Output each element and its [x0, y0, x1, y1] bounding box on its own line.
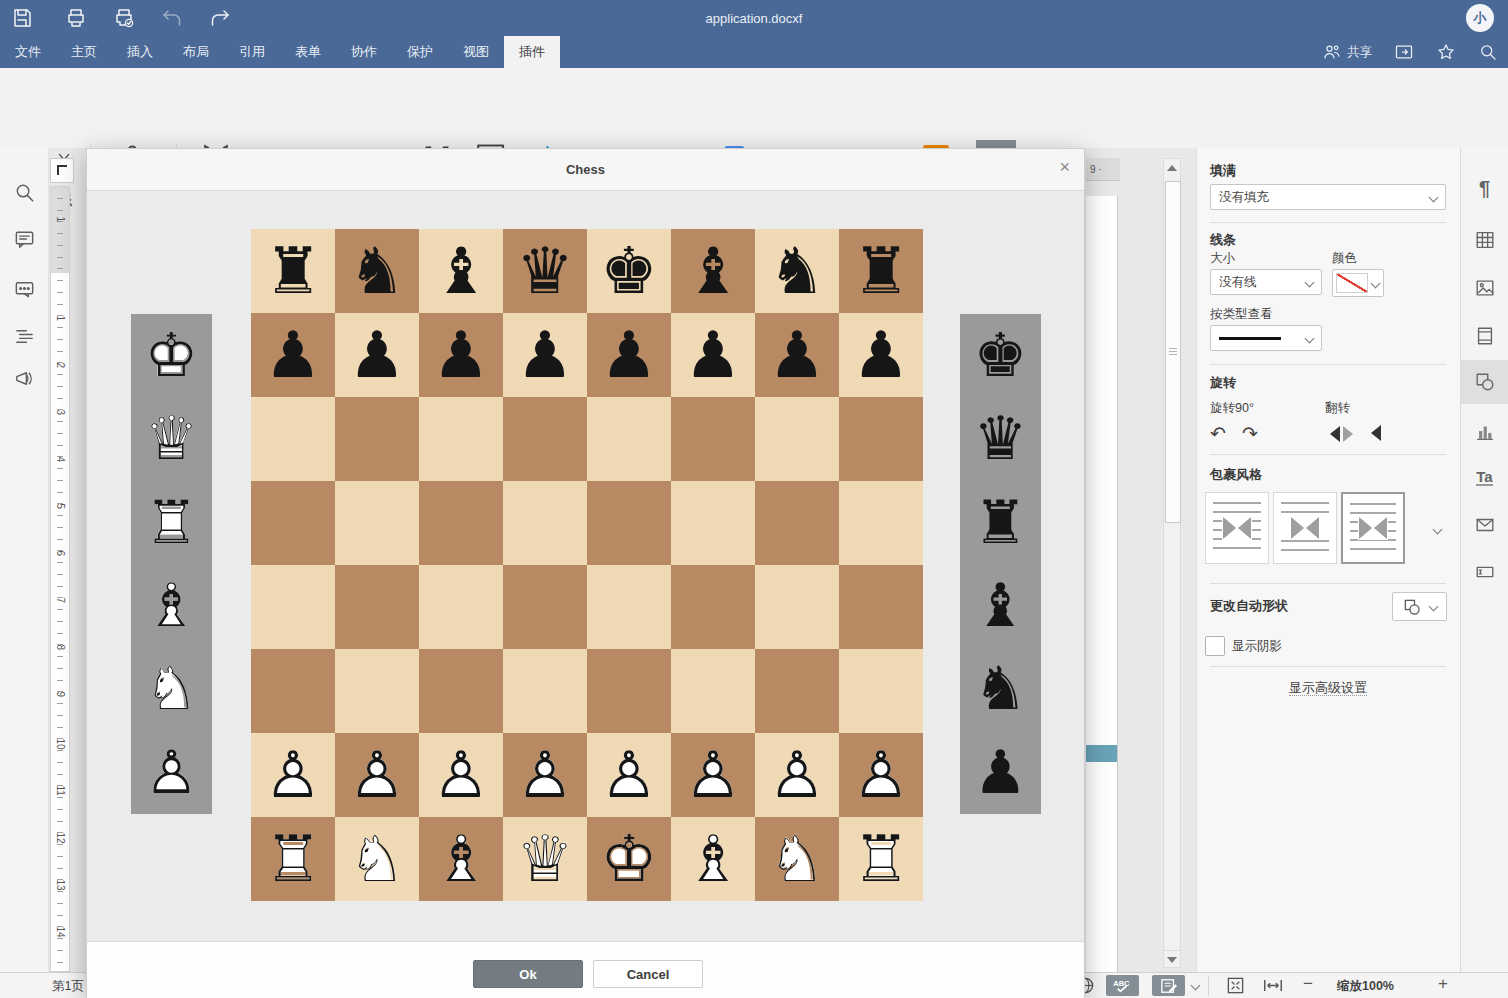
square-g8[interactable]: ♞: [755, 229, 839, 313]
white-bishop: ♝♗: [131, 564, 212, 647]
page-indicator: 第1页: [52, 978, 84, 995]
black-pawn: ♟: [587, 313, 671, 397]
square-e8[interactable]: ♚: [587, 229, 671, 313]
black-pawn: ♟: [671, 313, 755, 397]
spellcheck-toggle[interactable]: ABC: [1106, 975, 1139, 996]
black-bishop: ♝: [419, 229, 503, 313]
square-a4[interactable]: [251, 565, 335, 649]
application-window: application.docxf 小 文件主页插入布局引用表单协作保护视图插件…: [0, 0, 1508, 998]
square-c2[interactable]: ♟♙: [419, 733, 503, 817]
chevron-down-icon: [1429, 192, 1439, 202]
line-size-value: 没有线: [1219, 274, 1257, 291]
square-g5[interactable]: [755, 481, 839, 565]
comments-icon[interactable]: [13, 228, 36, 251]
square-b8[interactable]: ♞: [335, 229, 419, 313]
dialog-footer: Ok Cancel: [87, 941, 1084, 998]
rotate90-label: 旋转90°: [1210, 400, 1254, 417]
square-d4[interactable]: [503, 565, 587, 649]
white-king: ♚♔: [587, 817, 671, 901]
square-f7[interactable]: ♟: [671, 313, 755, 397]
white-pawn: ♟♙: [671, 733, 755, 817]
flip-vertical-icon[interactable]: [1371, 425, 1381, 441]
svg-text:ABC: ABC: [1113, 979, 1130, 988]
white-knight: ♞♘: [335, 817, 419, 901]
fill-select[interactable]: 没有填充: [1210, 184, 1446, 210]
headerfooter-settings-icon[interactable]: [1461, 314, 1508, 358]
square-d1[interactable]: ♛♕: [503, 817, 587, 901]
chevron-down-icon: [1429, 602, 1439, 612]
square-h5[interactable]: [839, 481, 923, 565]
track-changes-chevron-icon[interactable]: [1191, 981, 1201, 991]
square-a5[interactable]: [251, 481, 335, 565]
document-page-fragment: [1086, 196, 1118, 972]
show-shadow-checkbox[interactable]: [1205, 636, 1225, 656]
white-bishop: ♝♗: [419, 817, 503, 901]
share-button[interactable]: 共享: [1322, 42, 1372, 62]
line-style-sample: [1219, 337, 1281, 340]
square-e2[interactable]: ♟♙: [587, 733, 671, 817]
square-a7[interactable]: ♟: [251, 313, 335, 397]
fill-value: 没有填充: [1219, 189, 1269, 206]
line-type-label: 按类型查看: [1210, 306, 1273, 323]
square-e1[interactable]: ♚♔: [587, 817, 671, 901]
square-c4[interactable]: [419, 565, 503, 649]
ruler-margin-number: 1: [55, 217, 66, 229]
square-b5[interactable]: [335, 481, 419, 565]
ruler-number-4: 4: [55, 457, 66, 469]
chess-board: ♜♞♝♛♚♝♞♜♟♟♟♟♟♟♟♟♟♙♟♙♟♙♟♙♟♙♟♙♟♙♟♙♜♖♞♘♝♗♛♕…: [251, 229, 923, 901]
square-g3[interactable]: [755, 649, 839, 733]
square-a6[interactable]: [251, 397, 335, 481]
ruler-number-7: 7: [55, 598, 66, 610]
square-f3[interactable]: [671, 649, 755, 733]
paragraph-settings-icon[interactable]: ¶: [1461, 166, 1508, 210]
white-rook: ♜♖: [131, 481, 212, 564]
chevron-down-icon: [1305, 277, 1315, 287]
square-f6[interactable]: [671, 397, 755, 481]
tab-主页[interactable]: 主页: [56, 36, 112, 68]
rotate-cw-icon[interactable]: ↷: [1242, 422, 1258, 445]
white-pawn: ♟♙: [131, 731, 212, 814]
black-knight: ♞: [755, 229, 839, 313]
square-c3[interactable]: [419, 649, 503, 733]
tray-piece-white-bishop[interactable]: ♝♗: [131, 564, 212, 647]
white-knight: ♞♘: [755, 817, 839, 901]
square-b7[interactable]: ♟: [335, 313, 419, 397]
white-pawn: ♟♙: [839, 733, 923, 817]
document-title: application.docxf: [0, 11, 1508, 26]
square-f4[interactable]: [671, 565, 755, 649]
black-rook: ♜: [839, 229, 923, 313]
chart-settings-icon[interactable]: [1461, 410, 1508, 454]
line-size-label: 大小: [1210, 250, 1235, 267]
black-pawn: ♟: [503, 313, 587, 397]
scroll-up-arrow[interactable]: [1167, 165, 1177, 171]
square-b6[interactable]: [335, 397, 419, 481]
color-swatch-no-line: [1336, 273, 1368, 293]
feedback-icon[interactable]: [13, 367, 36, 390]
line-heading: 线条: [1210, 231, 1236, 249]
tab-引用[interactable]: 引用: [224, 36, 280, 68]
black-bishop: ♝: [960, 564, 1041, 647]
square-d5[interactable]: [503, 481, 587, 565]
ruler-number-6: 6: [55, 551, 66, 563]
mailmerge-settings-icon[interactable]: [1461, 503, 1508, 547]
square-d6[interactable]: [503, 397, 587, 481]
tray-piece-black-king[interactable]: ♚: [960, 314, 1041, 397]
ruler-number-12: 12: [55, 833, 66, 845]
tab-文件[interactable]: 文件: [0, 36, 56, 68]
chat-icon[interactable]: [13, 278, 36, 301]
square-b2[interactable]: ♟♙: [335, 733, 419, 817]
butterfly-thumbnail: [1290, 516, 1320, 540]
square-d8[interactable]: ♛: [503, 229, 587, 313]
white-queen: ♛♕: [503, 817, 587, 901]
chevron-down-icon: [1371, 278, 1381, 288]
wrap-style-topbottom[interactable]: [1273, 492, 1337, 564]
black-bishop: ♝: [671, 229, 755, 313]
square-h7[interactable]: ♟: [839, 313, 923, 397]
black-pawn: ♟: [251, 313, 335, 397]
square-h4[interactable]: [839, 565, 923, 649]
share-icon: [1322, 42, 1342, 62]
black-piece-tray: ♚♛♜♝♞♟: [960, 314, 1041, 814]
dialog-header[interactable]: Chess ×: [87, 149, 1084, 191]
shape-settings-icon[interactable]: [1461, 360, 1508, 404]
white-pawn: ♟♙: [419, 733, 503, 817]
square-c7[interactable]: ♟: [419, 313, 503, 397]
square-f2[interactable]: ♟♙: [671, 733, 755, 817]
line-type-select[interactable]: [1210, 325, 1322, 351]
square-c1[interactable]: ♝♗: [419, 817, 503, 901]
square-a3[interactable]: [251, 649, 335, 733]
tab-保护[interactable]: 保护: [392, 36, 448, 68]
square-g1[interactable]: ♞♘: [755, 817, 839, 901]
tray-piece-white-king[interactable]: ♚♔: [131, 314, 212, 397]
black-pawn: ♟: [419, 313, 503, 397]
show-advanced-settings-link[interactable]: 显示高级设置: [1196, 679, 1460, 697]
square-f5[interactable]: [671, 481, 755, 565]
flip-horizontal-icon[interactable]: [1330, 426, 1340, 442]
chevron-down-icon: [1305, 333, 1315, 343]
flip-label: 翻转: [1325, 400, 1350, 417]
wrap-style-heading: 包裹风格: [1210, 466, 1262, 484]
tray-piece-white-pawn[interactable]: ♟♙: [131, 731, 212, 814]
butterfly-thumbnail: [1358, 516, 1388, 540]
wrap-style-behind-selected[interactable]: [1341, 492, 1405, 564]
vertical-ruler[interactable]: 11234567891011121314: [50, 186, 70, 972]
rotate-ccw-icon[interactable]: ↶: [1210, 422, 1226, 445]
tray-piece-black-pawn[interactable]: ♟: [960, 731, 1041, 814]
square-h1[interactable]: ♜♖: [839, 817, 923, 901]
white-bishop: ♝♗: [671, 817, 755, 901]
white-pawn: ♟♙: [251, 733, 335, 817]
square-d2[interactable]: ♟♙: [503, 733, 587, 817]
black-pawn: ♟: [335, 313, 419, 397]
square-e4[interactable]: [587, 565, 671, 649]
white-king: ♚♔: [131, 314, 212, 397]
change-autoshape-button[interactable]: [1392, 592, 1447, 621]
shapes-icon: [1402, 597, 1422, 617]
square-h2[interactable]: ♟♙: [839, 733, 923, 817]
tab-协作[interactable]: 协作: [336, 36, 392, 68]
ruler-number-2: 2: [55, 363, 66, 375]
tray-piece-white-knight[interactable]: ♞♘: [131, 647, 212, 730]
table-settings-icon[interactable]: [1461, 218, 1508, 262]
tab-视图[interactable]: 视图: [448, 36, 504, 68]
cancel-button[interactable]: Cancel: [593, 960, 703, 988]
black-knight: ♞: [335, 229, 419, 313]
square-f1[interactable]: ♝♗: [671, 817, 755, 901]
ruler-number-1: 1: [55, 316, 66, 328]
white-pawn: ♟♙: [503, 733, 587, 817]
square-c8[interactable]: ♝: [419, 229, 503, 313]
butterfly-thumbnail: [1222, 516, 1252, 540]
black-queen: ♛: [503, 229, 587, 313]
square-a8[interactable]: ♜: [251, 229, 335, 313]
square-h8[interactable]: ♜: [839, 229, 923, 313]
autoshape-heading: 更改自动形状: [1210, 597, 1288, 615]
ruler-number-5: 5: [55, 504, 66, 516]
ruler-number-10: 10: [55, 739, 66, 751]
vertical-scrollbar[interactable]: [1163, 158, 1181, 958]
square-e5[interactable]: [587, 481, 671, 565]
dialog-title: Chess: [87, 162, 1084, 177]
white-pawn: ♟♙: [587, 733, 671, 817]
horizontal-ruler-fragment: 9 ·: [1086, 158, 1120, 181]
square-e6[interactable]: [587, 397, 671, 481]
line-color-label: 颜色: [1332, 250, 1357, 267]
scroll-down-arrow: [1167, 957, 1177, 963]
chess-plugin-dialog: Chess × ♚♔♛♕♜♖♝♗♞♘♟♙ ♜♞♝♛♚♝♞♜♟♟♟♟♟♟♟♟♟♙♟…: [86, 148, 1085, 998]
fit-width-icon[interactable]: [1262, 976, 1284, 995]
square-g2[interactable]: ♟♙: [755, 733, 839, 817]
white-pawn: ♟♙: [755, 733, 839, 817]
square-g6[interactable]: [755, 397, 839, 481]
tray-piece-black-bishop[interactable]: ♝: [960, 564, 1041, 647]
zoom-level: 缩放100%: [1337, 978, 1394, 995]
white-knight: ♞♘: [131, 647, 212, 730]
square-h6[interactable]: [839, 397, 923, 481]
tab-插入[interactable]: 插入: [112, 36, 168, 68]
square-h3[interactable]: [839, 649, 923, 733]
white-pawn: ♟♙: [335, 733, 419, 817]
navigation-icon[interactable]: [13, 324, 36, 347]
black-pawn: ♟: [755, 313, 839, 397]
tab-插件[interactable]: 插件: [504, 36, 560, 68]
tray-piece-black-rook[interactable]: ♜: [960, 481, 1041, 564]
menu-tab-bar: 文件主页插入布局引用表单协作保护视图插件: [0, 36, 1508, 68]
search-icon[interactable]: [13, 181, 36, 204]
black-king: ♚: [960, 314, 1041, 397]
ruler-number-3: 3: [55, 410, 66, 422]
square-c6[interactable]: [419, 397, 503, 481]
black-knight: ♞: [960, 647, 1041, 730]
square-b4[interactable]: [335, 565, 419, 649]
fill-heading: 填满: [1210, 162, 1236, 180]
black-rook: ♜: [251, 229, 335, 313]
square-b3[interactable]: [335, 649, 419, 733]
square-a1[interactable]: ♜♖: [251, 817, 335, 901]
white-queen: ♛♕: [131, 397, 212, 480]
ruler-number-14: 14: [55, 927, 66, 939]
ruler-number-11: 11: [55, 786, 66, 798]
square-g7[interactable]: ♟: [755, 313, 839, 397]
black-king: ♚: [587, 229, 671, 313]
ruler-number-8: 8: [55, 645, 66, 657]
show-shadow-label: 显示阴影: [1232, 638, 1282, 655]
tab-stop-selector[interactable]: [50, 158, 74, 183]
ok-button[interactable]: Ok: [473, 960, 583, 988]
black-rook: ♜: [960, 481, 1041, 564]
square-a2[interactable]: ♟♙: [251, 733, 335, 817]
plugins-toolbar: Plugin ManagerMacros{ }Highlight codeMen…: [0, 68, 1508, 148]
avatar[interactable]: 小: [1466, 4, 1494, 32]
scrollbar-thumb[interactable]: [1165, 181, 1181, 523]
square-b1[interactable]: ♞♘: [335, 817, 419, 901]
tab-actions: 共享: [1322, 36, 1498, 68]
left-icon-rail: [0, 148, 49, 972]
square-e7[interactable]: ♟: [587, 313, 671, 397]
tray-piece-black-queen[interactable]: ♛: [960, 397, 1041, 480]
right-icon-strip: ¶Ta: [1460, 148, 1508, 972]
selected-content-fragment: [1086, 745, 1117, 762]
black-pawn: ♟: [960, 731, 1041, 814]
textfield-settings-icon[interactable]: [1461, 550, 1508, 594]
scroll-down-button[interactable]: [1163, 950, 1181, 968]
tray-piece-white-queen[interactable]: ♛♕: [131, 397, 212, 480]
ruler-number-13: 13: [55, 880, 66, 892]
tab-布局[interactable]: 布局: [168, 36, 224, 68]
white-rook: ♜♖: [251, 817, 335, 901]
textart-settings-icon[interactable]: Ta: [1461, 456, 1508, 500]
title-bar: application.docxf 小: [0, 0, 1508, 36]
white-rook: ♜♖: [839, 817, 923, 901]
flip-horizontal-icon-half: [1343, 426, 1353, 442]
track-changes-toggle[interactable]: [1152, 975, 1185, 996]
tray-piece-white-rook[interactable]: ♜♖: [131, 481, 212, 564]
open-location-icon[interactable]: [1394, 42, 1414, 62]
square-d7[interactable]: ♟: [503, 313, 587, 397]
image-settings-icon[interactable]: [1461, 266, 1508, 310]
white-piece-tray: ♚♔♛♕♜♖♝♗♞♘♟♙: [131, 314, 212, 814]
black-pawn: ♟: [839, 313, 923, 397]
square-d3[interactable]: [503, 649, 587, 733]
black-queen: ♛: [960, 397, 1041, 480]
wrap-style-inline[interactable]: [1205, 492, 1269, 564]
square-f8[interactable]: ♝: [671, 229, 755, 313]
tray-piece-black-knight[interactable]: ♞: [960, 647, 1041, 730]
ruler-number-9: 9: [55, 692, 66, 704]
rotate-heading: 旋转: [1210, 374, 1236, 392]
line-size-select[interactable]: 没有线: [1210, 269, 1322, 295]
square-e3[interactable]: [587, 649, 671, 733]
close-icon[interactable]: ×: [1059, 157, 1070, 178]
tab-表单[interactable]: 表单: [280, 36, 336, 68]
search-icon[interactable]: [1478, 42, 1498, 62]
zoom-out-button[interactable]: −: [1303, 974, 1313, 994]
fit-page-icon[interactable]: [1226, 976, 1245, 995]
favorite-star-icon[interactable]: [1436, 42, 1456, 62]
square-g4[interactable]: [755, 565, 839, 649]
line-color-picker[interactable]: [1332, 269, 1384, 297]
zoom-in-button[interactable]: +: [1438, 974, 1448, 994]
share-label: 共享: [1347, 44, 1372, 61]
square-c5[interactable]: [419, 481, 503, 565]
